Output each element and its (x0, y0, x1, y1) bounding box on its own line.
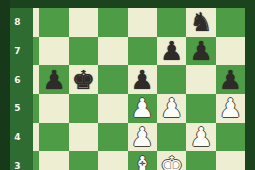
chess-board: ♞♟♟♟♚♟♟♟♟♟♟♟♝♚ (10, 8, 245, 170)
square-c3[interactable] (69, 151, 98, 170)
square-c7[interactable] (69, 37, 98, 66)
black-pawn-b6[interactable]: ♟ (42, 66, 65, 94)
square-f8[interactable] (157, 8, 186, 37)
square-d5[interactable] (98, 94, 127, 123)
square-c6[interactable]: ♚ (69, 65, 98, 94)
black-king-c6[interactable]: ♚ (72, 66, 95, 94)
square-b6[interactable]: ♟ (39, 65, 68, 94)
square-g5[interactable] (186, 94, 215, 123)
square-d6[interactable] (98, 65, 127, 94)
square-b8[interactable] (39, 8, 68, 37)
board-frame-top (0, 0, 255, 8)
white-pawn-e5[interactable]: ♟ (131, 94, 154, 122)
white-pawn-f5[interactable]: ♟ (160, 94, 183, 122)
square-e4[interactable]: ♟ (128, 123, 157, 152)
rank-label-6: 6 (11, 75, 24, 85)
square-g3[interactable] (186, 151, 215, 170)
square-f6[interactable] (157, 65, 186, 94)
square-e8[interactable] (128, 8, 157, 37)
black-pawn-h6[interactable]: ♟ (219, 66, 242, 94)
black-pawn-f7[interactable]: ♟ (160, 37, 183, 65)
square-h8[interactable] (216, 8, 245, 37)
square-d4[interactable] (98, 123, 127, 152)
square-f3[interactable]: ♚ (157, 151, 186, 170)
square-h4[interactable] (216, 123, 245, 152)
square-f4[interactable] (157, 123, 186, 152)
black-pawn-e6[interactable]: ♟ (131, 66, 154, 94)
square-d7[interactable] (98, 37, 127, 66)
square-b5[interactable] (39, 94, 68, 123)
square-b7[interactable] (39, 37, 68, 66)
square-e6[interactable]: ♟ (128, 65, 157, 94)
square-d3[interactable] (98, 151, 127, 170)
rank-label-8: 8 (11, 17, 24, 27)
square-f5[interactable]: ♟ (157, 94, 186, 123)
white-king-f3[interactable]: ♚ (160, 152, 183, 170)
square-d8[interactable] (98, 8, 127, 37)
white-pawn-h5[interactable]: ♟ (219, 94, 242, 122)
square-h6[interactable]: ♟ (216, 65, 245, 94)
square-b4[interactable] (39, 123, 68, 152)
square-b3[interactable] (39, 151, 68, 170)
square-f7[interactable]: ♟ (157, 37, 186, 66)
rank-label-4: 4 (11, 132, 24, 142)
square-g6[interactable] (186, 65, 215, 94)
board-frame-left (0, 0, 10, 170)
square-c5[interactable] (69, 94, 98, 123)
white-bishop-e3[interactable]: ♝ (131, 152, 154, 170)
square-g7[interactable]: ♟ (186, 37, 215, 66)
square-e3[interactable]: ♝ (128, 151, 157, 170)
square-e5[interactable]: ♟ (128, 94, 157, 123)
white-pawn-e4[interactable]: ♟ (131, 123, 154, 151)
square-h3[interactable] (216, 151, 245, 170)
square-g8[interactable]: ♞ (186, 8, 215, 37)
square-c4[interactable] (69, 123, 98, 152)
square-g4[interactable]: ♟ (186, 123, 215, 152)
square-c8[interactable] (69, 8, 98, 37)
black-pawn-g7[interactable]: ♟ (189, 37, 212, 65)
rank-label-3: 3 (11, 161, 24, 170)
rank-label-7: 7 (11, 46, 24, 56)
square-h7[interactable] (216, 37, 245, 66)
square-e7[interactable] (128, 37, 157, 66)
black-knight-g8[interactable]: ♞ (189, 8, 212, 36)
chess-board-screenshot: ♞♟♟♟♚♟♟♟♟♟♟♟♝♚ 876543 (0, 0, 255, 170)
white-pawn-g4[interactable]: ♟ (189, 123, 212, 151)
rank-label-5: 5 (11, 103, 24, 113)
board-frame-right (245, 0, 255, 170)
square-h5[interactable]: ♟ (216, 94, 245, 123)
